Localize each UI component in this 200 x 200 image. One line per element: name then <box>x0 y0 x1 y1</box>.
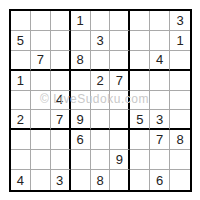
cell-r1c3[interactable] <box>51 11 71 31</box>
cell-r6c6[interactable] <box>110 110 130 130</box>
cell-r2c8[interactable] <box>150 31 170 51</box>
cell-r5c4[interactable] <box>71 91 91 111</box>
cell-r5c3[interactable]: 4 <box>51 91 71 111</box>
cell-r1c5[interactable] <box>91 11 111 31</box>
cell-r3c3[interactable] <box>51 51 71 71</box>
cell-r4c4[interactable] <box>71 71 91 91</box>
cell-r2c9[interactable]: 1 <box>170 31 190 51</box>
cell-r9c1[interactable]: 4 <box>11 170 31 190</box>
cell-r5c8[interactable] <box>150 91 170 111</box>
cell-r5c5[interactable] <box>91 91 111 111</box>
cell-r1c7[interactable] <box>130 11 150 31</box>
cell-r2c2[interactable] <box>31 31 51 51</box>
cell-r2c7[interactable] <box>130 31 150 51</box>
cell-r3c6[interactable] <box>110 51 130 71</box>
cell-r3c5[interactable] <box>91 51 111 71</box>
cell-r4c6[interactable]: 7 <box>110 71 130 91</box>
sudoku-board: 1353178412742795367894386 <box>9 9 192 192</box>
cell-r4c7[interactable] <box>130 71 150 91</box>
cell-r4c3[interactable] <box>51 71 71 91</box>
cell-r1c8[interactable] <box>150 11 170 31</box>
cell-r1c2[interactable] <box>31 11 51 31</box>
cell-r6c4[interactable]: 9 <box>71 110 91 130</box>
cell-r5c2[interactable] <box>31 91 51 111</box>
cell-r8c3[interactable] <box>51 150 71 170</box>
cell-r7c2[interactable] <box>31 130 51 150</box>
cell-r7c7[interactable] <box>130 130 150 150</box>
cell-r9c5[interactable]: 8 <box>91 170 111 190</box>
cell-r4c8[interactable] <box>150 71 170 91</box>
cell-r9c6[interactable] <box>110 170 130 190</box>
cell-r7c9[interactable]: 8 <box>170 130 190 150</box>
cell-r5c7[interactable] <box>130 91 150 111</box>
cell-r7c1[interactable] <box>11 130 31 150</box>
cell-r8c2[interactable] <box>31 150 51 170</box>
cell-r7c5[interactable] <box>91 130 111 150</box>
cell-r6c9[interactable] <box>170 110 190 130</box>
cell-r3c8[interactable]: 4 <box>150 51 170 71</box>
cell-r7c3[interactable] <box>51 130 71 150</box>
cell-r2c6[interactable] <box>110 31 130 51</box>
cell-r3c4[interactable]: 8 <box>71 51 91 71</box>
cell-r4c1[interactable]: 1 <box>11 71 31 91</box>
cell-r9c3[interactable]: 3 <box>51 170 71 190</box>
cell-r6c3[interactable]: 7 <box>51 110 71 130</box>
cell-r5c9[interactable] <box>170 91 190 111</box>
cell-r9c9[interactable] <box>170 170 190 190</box>
cell-r2c5[interactable]: 3 <box>91 31 111 51</box>
cell-r1c1[interactable] <box>11 11 31 31</box>
cell-r2c1[interactable]: 5 <box>11 31 31 51</box>
cell-r4c9[interactable] <box>170 71 190 91</box>
cell-r3c7[interactable] <box>130 51 150 71</box>
cell-r8c9[interactable] <box>170 150 190 170</box>
cell-r9c7[interactable] <box>130 170 150 190</box>
cell-r4c2[interactable] <box>31 71 51 91</box>
cell-r7c8[interactable]: 7 <box>150 130 170 150</box>
cell-r7c4[interactable]: 6 <box>71 130 91 150</box>
cell-r8c7[interactable] <box>130 150 150 170</box>
cell-r6c2[interactable] <box>31 110 51 130</box>
cell-r3c9[interactable] <box>170 51 190 71</box>
cell-r6c5[interactable] <box>91 110 111 130</box>
cell-r1c6[interactable] <box>110 11 130 31</box>
cell-r8c5[interactable] <box>91 150 111 170</box>
cell-r6c8[interactable]: 3 <box>150 110 170 130</box>
cell-r2c3[interactable] <box>51 31 71 51</box>
cell-r6c1[interactable]: 2 <box>11 110 31 130</box>
cell-r8c4[interactable] <box>71 150 91 170</box>
cell-r1c4[interactable]: 1 <box>71 11 91 31</box>
sudoku-page: 1353178412742795367894386 © LiveSudoku.c… <box>0 0 200 200</box>
cell-r8c1[interactable] <box>11 150 31 170</box>
cell-r5c1[interactable] <box>11 91 31 111</box>
cell-r9c4[interactable] <box>71 170 91 190</box>
cell-r8c8[interactable] <box>150 150 170 170</box>
cell-r5c6[interactable] <box>110 91 130 111</box>
cell-r4c5[interactable]: 2 <box>91 71 111 91</box>
cell-r1c9[interactable]: 3 <box>170 11 190 31</box>
cell-r7c6[interactable] <box>110 130 130 150</box>
cell-r9c8[interactable]: 6 <box>150 170 170 190</box>
cell-r2c4[interactable] <box>71 31 91 51</box>
cell-r3c2[interactable]: 7 <box>31 51 51 71</box>
cell-r9c2[interactable] <box>31 170 51 190</box>
cell-r6c7[interactable]: 5 <box>130 110 150 130</box>
cell-r8c6[interactable]: 9 <box>110 150 130 170</box>
cell-r3c1[interactable] <box>11 51 31 71</box>
